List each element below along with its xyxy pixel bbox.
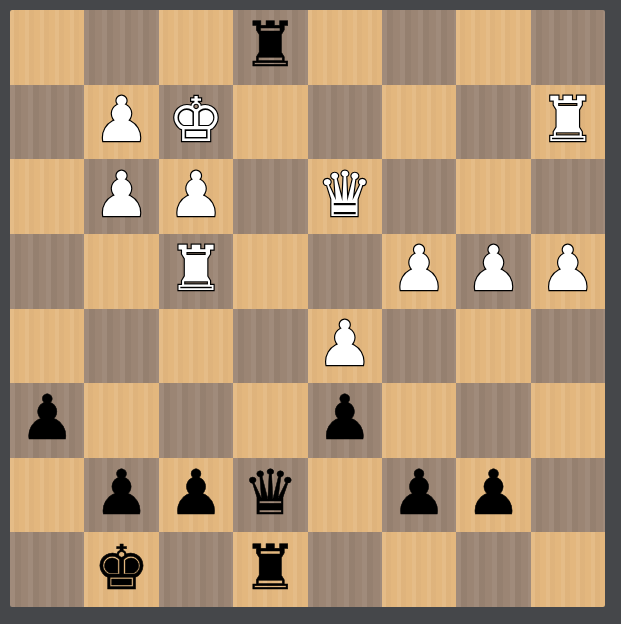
square-f5[interactable]: ♟ (382, 234, 456, 309)
piece-black-pawn[interactable]: ♟ (168, 458, 224, 530)
square-d1[interactable]: ♜ (233, 532, 307, 607)
square-e2[interactable] (308, 458, 382, 533)
square-b6[interactable]: ♟ (84, 159, 158, 234)
square-h1[interactable] (531, 532, 605, 607)
square-e4[interactable]: ♟ (308, 309, 382, 384)
square-e8[interactable] (308, 10, 382, 85)
piece-black-queen[interactable]: ♛ (243, 458, 299, 530)
square-f6[interactable] (382, 159, 456, 234)
square-d8[interactable]: ♜ (233, 10, 307, 85)
square-h6[interactable] (531, 159, 605, 234)
piece-black-king[interactable]: ♚ (94, 532, 150, 604)
square-h3[interactable] (531, 383, 605, 458)
piece-white-pawn[interactable]: ♟ (94, 159, 150, 231)
square-b1[interactable]: ♚ (84, 532, 158, 607)
square-a5[interactable] (10, 234, 84, 309)
piece-black-rook[interactable]: ♜ (243, 532, 299, 604)
square-f8[interactable] (382, 10, 456, 85)
piece-black-rook[interactable]: ♜ (243, 10, 299, 82)
square-h8[interactable] (531, 10, 605, 85)
piece-white-pawn[interactable]: ♟ (540, 234, 596, 306)
square-g4[interactable] (456, 309, 530, 384)
square-a6[interactable] (10, 159, 84, 234)
square-d7[interactable] (233, 85, 307, 160)
square-a2[interactable] (10, 458, 84, 533)
square-h7[interactable]: ♜ (531, 85, 605, 160)
square-d5[interactable] (233, 234, 307, 309)
square-f7[interactable] (382, 85, 456, 160)
piece-black-pawn[interactable]: ♟ (19, 383, 75, 455)
square-c3[interactable] (159, 383, 233, 458)
square-b8[interactable] (84, 10, 158, 85)
square-d3[interactable] (233, 383, 307, 458)
piece-white-pawn[interactable]: ♟ (317, 309, 373, 381)
square-g6[interactable] (456, 159, 530, 234)
square-g7[interactable] (456, 85, 530, 160)
square-f4[interactable] (382, 309, 456, 384)
square-d6[interactable] (233, 159, 307, 234)
square-e6[interactable]: ♛ (308, 159, 382, 234)
square-b7[interactable]: ♟ (84, 85, 158, 160)
piece-white-queen[interactable]: ♛ (317, 159, 373, 231)
square-c1[interactable] (159, 532, 233, 607)
piece-white-pawn[interactable]: ♟ (94, 85, 150, 157)
square-a4[interactable] (10, 309, 84, 384)
square-f3[interactable] (382, 383, 456, 458)
chess-board: ♜♟♚♜♟♟♛♜♟♟♟♟♟♟♟♟♛♟♟♚♜ (10, 10, 605, 607)
square-c6[interactable]: ♟ (159, 159, 233, 234)
piece-black-pawn[interactable]: ♟ (317, 383, 373, 455)
square-b3[interactable] (84, 383, 158, 458)
square-g2[interactable]: ♟ (456, 458, 530, 533)
square-a1[interactable] (10, 532, 84, 607)
square-b2[interactable]: ♟ (84, 458, 158, 533)
square-f1[interactable] (382, 532, 456, 607)
square-a7[interactable] (10, 85, 84, 160)
piece-white-rook[interactable]: ♜ (540, 85, 596, 157)
piece-white-king[interactable]: ♚ (168, 85, 224, 157)
square-h4[interactable] (531, 309, 605, 384)
square-g3[interactable] (456, 383, 530, 458)
square-c8[interactable] (159, 10, 233, 85)
piece-white-pawn[interactable]: ♟ (391, 234, 447, 306)
square-e7[interactable] (308, 85, 382, 160)
square-c2[interactable]: ♟ (159, 458, 233, 533)
square-g8[interactable] (456, 10, 530, 85)
square-e1[interactable] (308, 532, 382, 607)
square-c4[interactable] (159, 309, 233, 384)
square-f2[interactable]: ♟ (382, 458, 456, 533)
square-g5[interactable]: ♟ (456, 234, 530, 309)
square-a3[interactable]: ♟ (10, 383, 84, 458)
square-h5[interactable]: ♟ (531, 234, 605, 309)
square-c5[interactable]: ♜ (159, 234, 233, 309)
square-a8[interactable] (10, 10, 84, 85)
square-c7[interactable]: ♚ (159, 85, 233, 160)
piece-white-pawn[interactable]: ♟ (466, 234, 522, 306)
square-d2[interactable]: ♛ (233, 458, 307, 533)
piece-black-pawn[interactable]: ♟ (466, 458, 522, 530)
piece-white-rook[interactable]: ♜ (168, 234, 224, 306)
piece-black-pawn[interactable]: ♟ (94, 458, 150, 530)
square-b5[interactable] (84, 234, 158, 309)
square-b4[interactable] (84, 309, 158, 384)
piece-black-pawn[interactable]: ♟ (391, 458, 447, 530)
square-d4[interactable] (233, 309, 307, 384)
square-h2[interactable] (531, 458, 605, 533)
square-e5[interactable] (308, 234, 382, 309)
piece-white-pawn[interactable]: ♟ (168, 159, 224, 231)
square-g1[interactable] (456, 532, 530, 607)
square-e3[interactable]: ♟ (308, 383, 382, 458)
board-frame: ♜♟♚♜♟♟♛♜♟♟♟♟♟♟♟♟♛♟♟♚♜ (0, 0, 621, 624)
